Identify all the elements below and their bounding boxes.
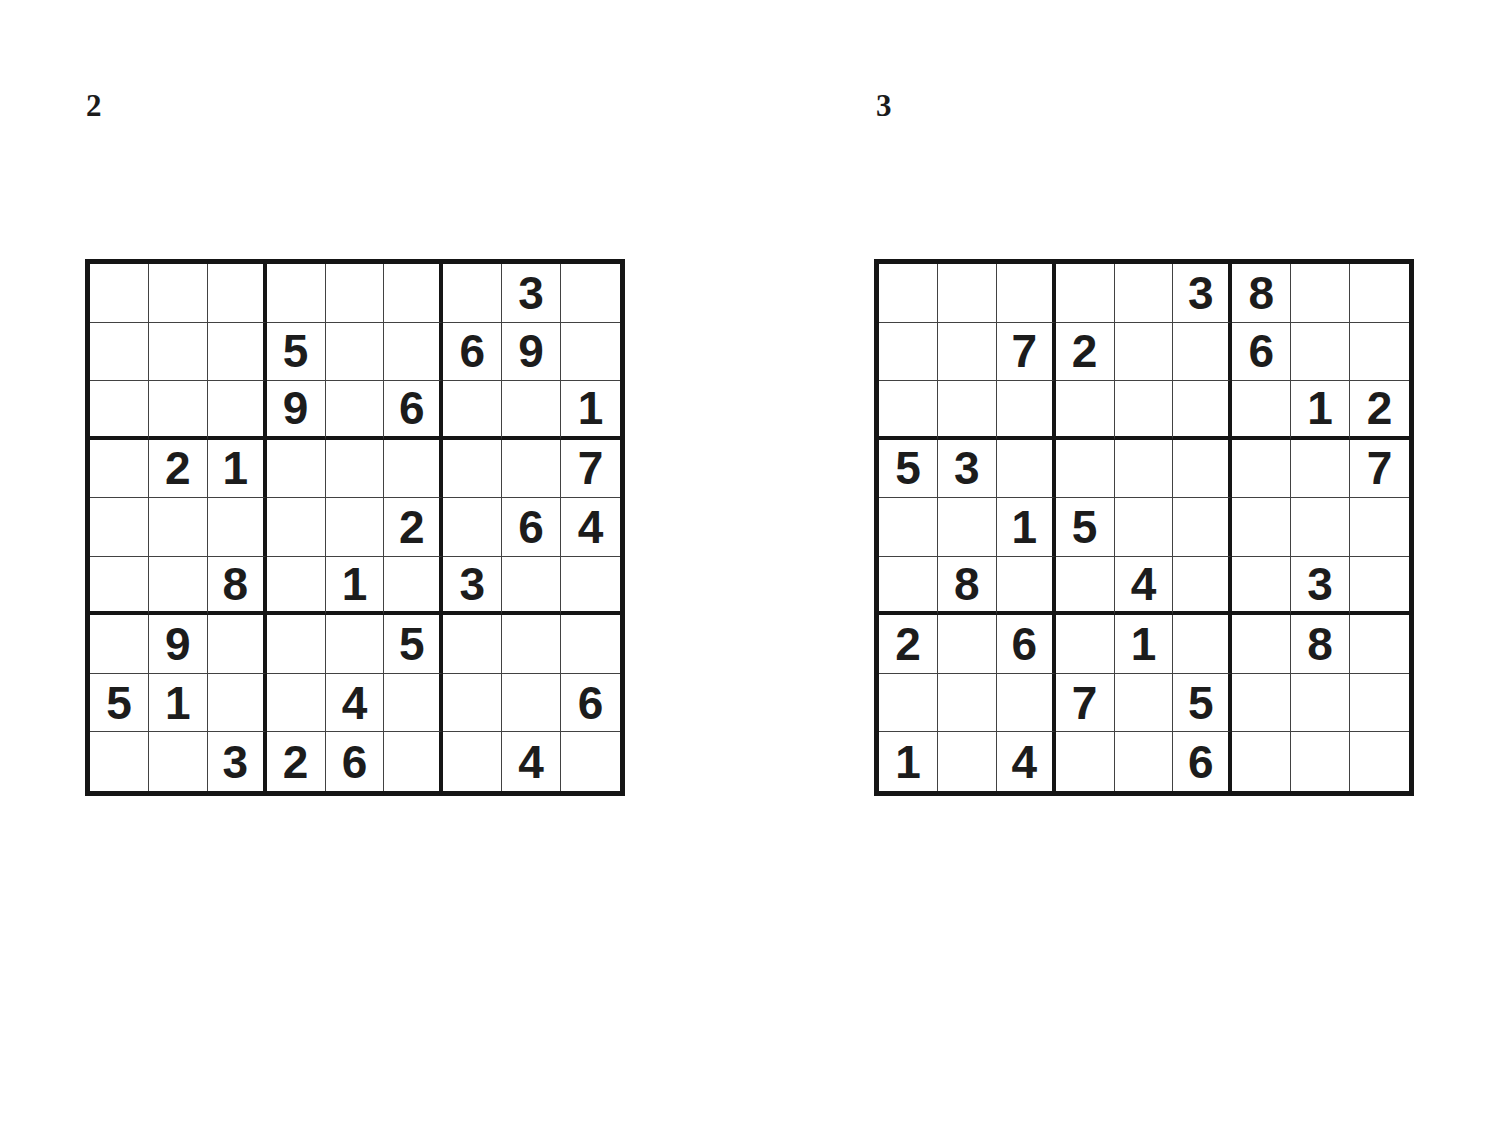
cell-r1c1[interactable] [90,264,149,323]
cell-r4c7[interactable] [443,440,502,499]
cell-r2c8[interactable]: 9 [502,323,561,382]
cell-r3c9[interactable]: 1 [561,381,620,440]
cell-r8c9[interactable] [1350,674,1409,733]
cell-r7c2[interactable]: 9 [149,615,208,674]
cell-r7c9[interactable] [1350,615,1409,674]
cell-r6c6[interactable] [384,557,443,616]
cell-r6c8[interactable] [502,557,561,616]
cell-r7c8[interactable]: 8 [1291,615,1350,674]
cell-r8c6[interactable]: 5 [1173,674,1232,733]
cell-r2c1[interactable] [90,323,149,382]
cell-r4c7[interactable] [1232,440,1291,499]
cell-r8c2[interactable] [938,674,997,733]
cell-r8c1[interactable]: 5 [90,674,149,733]
cell-r5c5[interactable] [326,498,385,557]
cell-r9c5[interactable]: 6 [326,732,385,791]
cell-r5c2[interactable] [938,498,997,557]
cell-r3c6[interactable] [1173,381,1232,440]
cell-r5c1[interactable] [90,498,149,557]
cell-r1c2[interactable] [149,264,208,323]
cell-r9c9[interactable] [1350,732,1409,791]
cell-r6c5[interactable]: 4 [1115,557,1174,616]
cell-r4c5[interactable] [326,440,385,499]
cell-r9c8[interactable] [1291,732,1350,791]
cell-r8c8[interactable] [1291,674,1350,733]
cell-r7c6[interactable] [1173,615,1232,674]
cell-r7c9[interactable] [561,615,620,674]
cell-r7c1[interactable] [90,615,149,674]
cell-r6c9[interactable] [1350,557,1409,616]
cell-r9c4[interactable] [1056,732,1115,791]
cell-r9c7[interactable] [1232,732,1291,791]
cell-r7c3[interactable] [208,615,267,674]
cell-r5c3[interactable]: 1 [997,498,1056,557]
cell-r5c3[interactable] [208,498,267,557]
cell-r3c2[interactable] [149,381,208,440]
cell-r7c4[interactable] [1056,615,1115,674]
cell-r3c5[interactable] [326,381,385,440]
cell-r9c1[interactable]: 1 [879,732,938,791]
cell-r2c8[interactable] [1291,323,1350,382]
cell-r9c1[interactable] [90,732,149,791]
cell-r1c7[interactable]: 8 [1232,264,1291,323]
puzzle-2-number-label: 2 [86,90,102,121]
cell-r1c8[interactable]: 3 [502,264,561,323]
cell-r2c2[interactable] [938,323,997,382]
cell-r2c2[interactable] [149,323,208,382]
cell-r8c4[interactable] [267,674,326,733]
cell-r6c2[interactable]: 8 [938,557,997,616]
cell-r5c7[interactable] [443,498,502,557]
cell-r8c4[interactable]: 7 [1056,674,1115,733]
cell-r2c7[interactable]: 6 [1232,323,1291,382]
cell-r8c7[interactable] [443,674,502,733]
cell-r9c6[interactable]: 6 [1173,732,1232,791]
cell-r6c1[interactable] [879,557,938,616]
cell-r3c3[interactable] [997,381,1056,440]
cell-r1c2[interactable] [938,264,997,323]
cell-r4c6[interactable] [1173,440,1232,499]
cell-r5c8[interactable]: 6 [502,498,561,557]
cell-r2c6[interactable] [1173,323,1232,382]
cell-r7c8[interactable] [502,615,561,674]
cell-r3c1[interactable] [879,381,938,440]
cell-r3c9[interactable]: 2 [1350,381,1409,440]
cell-r3c2[interactable] [938,381,997,440]
cell-r6c7[interactable]: 3 [443,557,502,616]
cell-r3c6[interactable]: 6 [384,381,443,440]
cell-r7c7[interactable] [1232,615,1291,674]
cell-r3c3[interactable] [208,381,267,440]
cell-r7c5[interactable] [326,615,385,674]
cell-r4c8[interactable] [502,440,561,499]
cell-r6c7[interactable] [1232,557,1291,616]
cell-r8c3[interactable] [997,674,1056,733]
cell-r9c7[interactable] [443,732,502,791]
cell-r8c5[interactable]: 4 [326,674,385,733]
cell-r1c3[interactable] [997,264,1056,323]
cell-r2c6[interactable] [384,323,443,382]
cell-r3c4[interactable] [1056,381,1115,440]
cell-r2c1[interactable] [879,323,938,382]
cell-r6c3[interactable] [997,557,1056,616]
cell-r4c1[interactable] [90,440,149,499]
cell-r3c7[interactable] [1232,381,1291,440]
cell-r6c5[interactable]: 1 [326,557,385,616]
cell-r6c6[interactable] [1173,557,1232,616]
cell-r5c2[interactable] [149,498,208,557]
cell-r5c4[interactable]: 5 [1056,498,1115,557]
cell-r5c4[interactable] [267,498,326,557]
cell-r6c3[interactable]: 8 [208,557,267,616]
cell-r6c9[interactable] [561,557,620,616]
cell-r4c8[interactable] [1291,440,1350,499]
cell-r6c4[interactable] [267,557,326,616]
cell-r5c6[interactable] [1173,498,1232,557]
cell-r1c5[interactable] [326,264,385,323]
cell-r9c4[interactable]: 2 [267,732,326,791]
cell-r4c9[interactable]: 7 [561,440,620,499]
cell-r5c6[interactable]: 2 [384,498,443,557]
cell-r1c6[interactable] [384,264,443,323]
cell-r7c4[interactable] [267,615,326,674]
cell-r9c9[interactable] [561,732,620,791]
cell-r1c7[interactable] [443,264,502,323]
cell-r8c1[interactable] [879,674,938,733]
cell-r5c8[interactable] [1291,498,1350,557]
cell-r1c1[interactable] [879,264,938,323]
cell-r8c6[interactable] [384,674,443,733]
cell-r4c4[interactable] [1056,440,1115,499]
cell-r1c6[interactable]: 3 [1173,264,1232,323]
cell-r9c5[interactable] [1115,732,1174,791]
cell-r5c9[interactable]: 4 [561,498,620,557]
cell-r4c3[interactable]: 1 [208,440,267,499]
cell-r4c2[interactable]: 2 [149,440,208,499]
cell-r4c5[interactable] [1115,440,1174,499]
cell-r4c4[interactable] [267,440,326,499]
cell-r7c1[interactable]: 2 [879,615,938,674]
cell-r7c5[interactable]: 1 [1115,615,1174,674]
cell-r1c4[interactable] [267,264,326,323]
cell-r1c5[interactable] [1115,264,1174,323]
sudoku-grid-puzzle-3: 387261253715843261875146 [874,259,1414,796]
cell-r7c6[interactable]: 5 [384,615,443,674]
cell-r4c2[interactable]: 3 [938,440,997,499]
cell-r7c2[interactable] [938,615,997,674]
cell-r6c2[interactable] [149,557,208,616]
cell-r3c4[interactable]: 9 [267,381,326,440]
cell-r8c7[interactable] [1232,674,1291,733]
cell-r2c7[interactable]: 6 [443,323,502,382]
cell-r2c9[interactable] [1350,323,1409,382]
cell-r2c4[interactable]: 5 [267,323,326,382]
cell-r5c7[interactable] [1232,498,1291,557]
sudoku-grid-puzzle-2: 35699612172648139551463264 [85,259,625,796]
cell-r8c5[interactable] [1115,674,1174,733]
cell-r3c7[interactable] [443,381,502,440]
cell-r9c8[interactable]: 4 [502,732,561,791]
cell-r4c3[interactable] [997,440,1056,499]
cell-r3c5[interactable] [1115,381,1174,440]
cell-r5c5[interactable] [1115,498,1174,557]
cell-r9c2[interactable] [938,732,997,791]
cell-r9c3[interactable]: 4 [997,732,1056,791]
cell-r9c6[interactable] [384,732,443,791]
cell-r5c1[interactable] [879,498,938,557]
cell-r1c8[interactable] [1291,264,1350,323]
puzzle-3-number-label: 3 [876,90,892,121]
cell-r1c9[interactable] [1350,264,1409,323]
cell-r2c3[interactable] [208,323,267,382]
cell-r6c4[interactable] [1056,557,1115,616]
cell-r1c3[interactable] [208,264,267,323]
cell-r2c4[interactable]: 2 [1056,323,1115,382]
cell-r8c2[interactable]: 1 [149,674,208,733]
cell-r3c8[interactable]: 1 [1291,381,1350,440]
cell-r2c3[interactable]: 7 [997,323,1056,382]
cell-r9c3[interactable]: 3 [208,732,267,791]
cell-r4c9[interactable]: 7 [1350,440,1409,499]
cell-r2c9[interactable] [561,323,620,382]
cell-r4c1[interactable]: 5 [879,440,938,499]
cell-r2c5[interactable] [326,323,385,382]
cell-r9c2[interactable] [149,732,208,791]
cell-r7c7[interactable] [443,615,502,674]
cell-r1c9[interactable] [561,264,620,323]
cell-r8c8[interactable] [502,674,561,733]
cell-r7c3[interactable]: 6 [997,615,1056,674]
cell-r2c5[interactable] [1115,323,1174,382]
cell-r1c4[interactable] [1056,264,1115,323]
cell-r5c9[interactable] [1350,498,1409,557]
cell-r6c1[interactable] [90,557,149,616]
cell-r4c6[interactable] [384,440,443,499]
cell-r3c1[interactable] [90,381,149,440]
cell-r8c9[interactable]: 6 [561,674,620,733]
cell-r8c3[interactable] [208,674,267,733]
cell-r6c8[interactable]: 3 [1291,557,1350,616]
cell-r3c8[interactable] [502,381,561,440]
